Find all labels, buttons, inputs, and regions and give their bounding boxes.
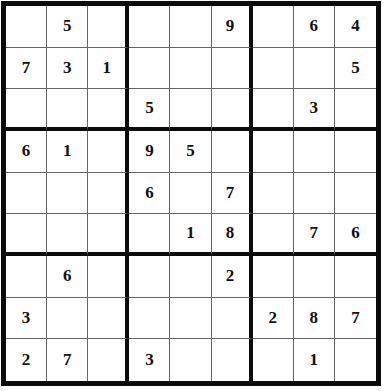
cell-r4c4: 9 [129,131,170,173]
cell-r3c5[interactable] [170,89,211,131]
cell-r2c8[interactable] [294,48,335,90]
cell-r1c5[interactable] [170,6,211,48]
cell-r5c6: 7 [212,173,253,215]
cell-r9c3[interactable] [88,339,129,381]
cell-r2c6[interactable] [212,48,253,90]
sudoku-board: 596473155361956718766232872731 [1,1,381,386]
cell-r1c4[interactable] [129,6,170,48]
cell-r8c1: 3 [6,298,47,340]
cell-r6c1[interactable] [6,214,47,256]
cell-r4c7[interactable] [253,131,294,173]
cell-r9c5[interactable] [170,339,211,381]
cell-r6c7[interactable] [253,214,294,256]
cell-r9c9[interactable] [335,339,376,381]
cell-r3c7[interactable] [253,89,294,131]
cell-r7c1[interactable] [6,256,47,298]
cell-r3c9[interactable] [335,89,376,131]
cell-r1c3[interactable] [88,6,129,48]
cell-r8c9: 7 [335,298,376,340]
cell-r6c4[interactable] [129,214,170,256]
cell-r6c9: 6 [335,214,376,256]
cell-r7c7[interactable] [253,256,294,298]
cell-r2c9: 5 [335,48,376,90]
cell-r3c1[interactable] [6,89,47,131]
cell-r8c3[interactable] [88,298,129,340]
cell-r4c1: 6 [6,131,47,173]
cell-r1c1[interactable] [6,6,47,48]
cell-r9c6[interactable] [212,339,253,381]
cell-r6c3[interactable] [88,214,129,256]
cell-r3c2[interactable] [47,89,88,131]
cell-r1c9: 4 [335,6,376,48]
cell-r9c1: 2 [6,339,47,381]
cell-r6c8: 7 [294,214,335,256]
cell-r1c2: 5 [47,6,88,48]
cell-r4c5: 5 [170,131,211,173]
cell-r9c8: 1 [294,339,335,381]
cell-r5c2[interactable] [47,173,88,215]
cell-r9c2: 7 [47,339,88,381]
cell-r2c4[interactable] [129,48,170,90]
cell-r5c9[interactable] [335,173,376,215]
cell-r7c3[interactable] [88,256,129,298]
cell-r5c8[interactable] [294,173,335,215]
cell-r4c2: 1 [47,131,88,173]
cell-r4c6[interactable] [212,131,253,173]
cell-r5c4: 6 [129,173,170,215]
cell-r2c2: 3 [47,48,88,90]
cell-r8c6[interactable] [212,298,253,340]
cell-r7c8[interactable] [294,256,335,298]
cell-r9c7[interactable] [253,339,294,381]
cell-r8c8: 8 [294,298,335,340]
cell-r2c1: 7 [6,48,47,90]
cell-r4c8[interactable] [294,131,335,173]
cell-r5c5[interactable] [170,173,211,215]
cell-r6c6: 8 [212,214,253,256]
cell-r7c6: 2 [212,256,253,298]
cell-r7c4[interactable] [129,256,170,298]
cell-r8c4[interactable] [129,298,170,340]
cell-r6c5: 1 [170,214,211,256]
cell-r5c7[interactable] [253,173,294,215]
cell-r5c3[interactable] [88,173,129,215]
cell-r2c3: 1 [88,48,129,90]
cell-r7c2: 6 [47,256,88,298]
cell-r5c1[interactable] [6,173,47,215]
cell-r7c5[interactable] [170,256,211,298]
cell-r7c9[interactable] [335,256,376,298]
cell-r4c9[interactable] [335,131,376,173]
cell-r1c8: 6 [294,6,335,48]
cell-r3c4: 5 [129,89,170,131]
cell-r1c6: 9 [212,6,253,48]
cell-r3c6[interactable] [212,89,253,131]
cell-r8c7: 2 [253,298,294,340]
cell-r3c3[interactable] [88,89,129,131]
cell-r8c2[interactable] [47,298,88,340]
cell-r4c3[interactable] [88,131,129,173]
cell-r8c5[interactable] [170,298,211,340]
cell-r3c8: 3 [294,89,335,131]
cell-r1c7[interactable] [253,6,294,48]
cell-r9c4: 3 [129,339,170,381]
cell-r2c7[interactable] [253,48,294,90]
cell-r2c5[interactable] [170,48,211,90]
cell-r6c2[interactable] [47,214,88,256]
